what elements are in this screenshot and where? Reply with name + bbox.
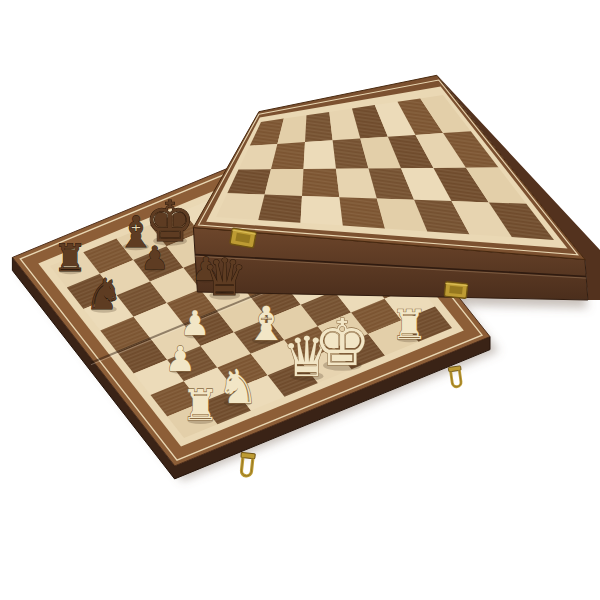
case-clasp-right[interactable] xyxy=(444,282,467,299)
piece-white-rook[interactable]: ♜ xyxy=(391,301,427,349)
piece-white-bishop[interactable]: ♝ xyxy=(245,296,287,351)
case-lid-square-grain xyxy=(305,112,333,142)
piece-black-rook[interactable]: ♜ xyxy=(54,236,87,280)
piece-black-knight[interactable]: ♞ xyxy=(85,269,123,319)
piece-black-queen[interactable]: ♛ xyxy=(202,248,248,307)
board-hook-right[interactable] xyxy=(448,366,463,388)
piece-white-knight[interactable]: ♞ xyxy=(217,360,259,414)
piece-white-pawn[interactable]: ♟ xyxy=(165,339,196,379)
piece-black-pawn[interactable]: ♟ xyxy=(140,239,169,276)
piece-white-rook[interactable]: ♜ xyxy=(181,380,219,430)
product-photo-stage: ♜♝♚♟♞♟♛♟♟♝♜♞♛♚♜ xyxy=(0,0,600,600)
case-lid-square-grain xyxy=(258,195,302,223)
case-clasp-left[interactable] xyxy=(230,228,256,248)
case-lid-square xyxy=(304,140,337,169)
case-lid-square xyxy=(265,169,304,196)
piece-white-king[interactable]: ♚ xyxy=(314,306,371,380)
board-hook-left[interactable] xyxy=(239,452,255,476)
case-lid-square-grain xyxy=(302,169,339,197)
case-lid-square xyxy=(301,196,343,226)
piece-white-pawn[interactable]: ♟ xyxy=(180,304,210,343)
closed-case xyxy=(193,75,600,300)
chess-set-scene: ♜♝♚♟♞♟♛♟♟♝♜♞♛♚♜ xyxy=(0,0,600,600)
